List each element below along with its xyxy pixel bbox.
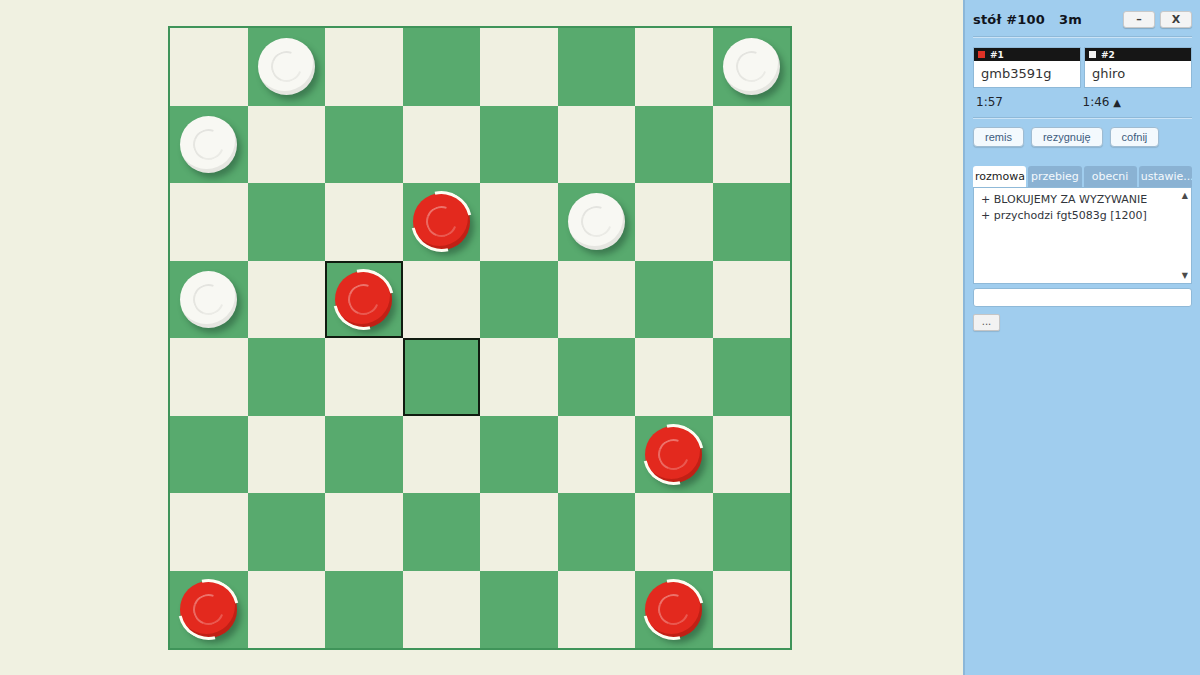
- player2-header: #2: [1085, 48, 1191, 61]
- square-r7c7: [713, 571, 791, 649]
- square-r6c7[interactable]: [713, 493, 791, 571]
- more-options-button[interactable]: ...: [973, 314, 1000, 331]
- player1-seat: #1: [990, 50, 1004, 60]
- square-r4c5[interactable]: [558, 338, 636, 416]
- square-r5c5: [558, 416, 636, 494]
- player1-header: #1: [974, 48, 1080, 61]
- time-control: 3m: [1059, 12, 1082, 27]
- square-r3c1: [248, 261, 326, 339]
- player2-turn-indicator: ▲: [1113, 97, 1121, 108]
- square-r3c3: [403, 261, 481, 339]
- square-r5c3: [403, 416, 481, 494]
- resign-button[interactable]: rezygnuję: [1031, 127, 1103, 147]
- square-r1c7: [713, 106, 791, 184]
- chat-input[interactable]: [973, 288, 1192, 307]
- red-piece[interactable]: [413, 193, 470, 250]
- square-r4c0: [170, 338, 248, 416]
- square-r4c3[interactable]: [403, 338, 481, 416]
- tab-present[interactable]: obecni: [1084, 166, 1137, 187]
- square-r6c1[interactable]: [248, 493, 326, 571]
- red-piece[interactable]: [335, 271, 392, 328]
- square-r4c2: [325, 338, 403, 416]
- undo-button[interactable]: cofnij: [1110, 127, 1160, 147]
- square-r0c7[interactable]: [713, 28, 791, 106]
- red-piece[interactable]: [645, 581, 702, 638]
- red-piece[interactable]: [180, 581, 237, 638]
- square-r5c2[interactable]: [325, 416, 403, 494]
- square-r2c1[interactable]: [248, 183, 326, 261]
- scroll-up-icon[interactable]: ▲: [1182, 191, 1188, 200]
- square-r7c1: [248, 571, 326, 649]
- square-r4c7[interactable]: [713, 338, 791, 416]
- square-r6c2: [325, 493, 403, 571]
- minimize-button[interactable]: –: [1123, 11, 1155, 28]
- square-r3c2[interactable]: [325, 261, 403, 339]
- square-r1c0[interactable]: [170, 106, 248, 184]
- game-area: [0, 0, 963, 675]
- divider: [973, 117, 1192, 118]
- white-piece[interactable]: [180, 271, 237, 328]
- close-button[interactable]: X: [1160, 11, 1192, 28]
- player2-clock: 1:46 ▲: [1083, 95, 1190, 109]
- square-r1c1: [248, 106, 326, 184]
- square-r0c5[interactable]: [558, 28, 636, 106]
- square-r3c0[interactable]: [170, 261, 248, 339]
- table-title: stół #1003m: [973, 12, 1082, 27]
- square-r1c2[interactable]: [325, 106, 403, 184]
- square-r2c6: [635, 183, 713, 261]
- clocks: 1:57 1:46 ▲: [973, 95, 1192, 109]
- red-piece[interactable]: [645, 426, 702, 483]
- chat-message: + BLOKUJEMY ZA WYZYWANIE: [981, 192, 1175, 208]
- square-r6c4: [480, 493, 558, 571]
- player2-panel: #2 ghiro: [1084, 47, 1192, 88]
- player2-seat: #2: [1101, 50, 1115, 60]
- tab-bar: rozmowa przebieg obecni ustawie...: [973, 166, 1192, 187]
- square-r2c3[interactable]: [403, 183, 481, 261]
- white-piece[interactable]: [723, 38, 780, 95]
- square-r0c6: [635, 28, 713, 106]
- action-buttons: remis rezygnuję cofnij: [973, 127, 1192, 147]
- square-r3c7: [713, 261, 791, 339]
- square-r5c6[interactable]: [635, 416, 713, 494]
- player2-name: ghiro: [1085, 61, 1191, 87]
- checkers-board: [168, 26, 792, 650]
- square-r6c6: [635, 493, 713, 571]
- square-r2c0: [170, 183, 248, 261]
- white-piece[interactable]: [568, 193, 625, 250]
- player1-panel: #1 gmb3591g: [973, 47, 1081, 88]
- player1-color-icon: [978, 51, 985, 58]
- square-r2c7[interactable]: [713, 183, 791, 261]
- chat-log: + BLOKUJEMY ZA WYZYWANIE + przychodzi fg…: [973, 187, 1192, 284]
- square-r4c6: [635, 338, 713, 416]
- square-r7c6[interactable]: [635, 571, 713, 649]
- scroll-down-icon[interactable]: ▼: [1182, 271, 1188, 280]
- square-r0c4: [480, 28, 558, 106]
- player1-name: gmb3591g: [974, 61, 1080, 87]
- square-r3c6[interactable]: [635, 261, 713, 339]
- square-r2c4: [480, 183, 558, 261]
- square-r0c0: [170, 28, 248, 106]
- square-r5c4[interactable]: [480, 416, 558, 494]
- square-r2c2: [325, 183, 403, 261]
- square-r1c4[interactable]: [480, 106, 558, 184]
- player1-clock: 1:57: [976, 95, 1083, 109]
- square-r6c5[interactable]: [558, 493, 636, 571]
- title-bar: stół #1003m – X: [973, 0, 1192, 37]
- draw-button[interactable]: remis: [973, 127, 1024, 147]
- square-r4c4: [480, 338, 558, 416]
- white-piece[interactable]: [180, 116, 237, 173]
- square-r6c0: [170, 493, 248, 571]
- chat-message: + przychodzi fgt5083g [1200]: [981, 208, 1175, 224]
- square-r7c0[interactable]: [170, 571, 248, 649]
- square-r7c4[interactable]: [480, 571, 558, 649]
- square-r3c5: [558, 261, 636, 339]
- tab-settings[interactable]: ustawie...: [1139, 166, 1192, 187]
- square-r2c5[interactable]: [558, 183, 636, 261]
- square-r3c4[interactable]: [480, 261, 558, 339]
- square-r0c1[interactable]: [248, 28, 326, 106]
- square-r5c0[interactable]: [170, 416, 248, 494]
- square-r7c5: [558, 571, 636, 649]
- square-r7c3: [403, 571, 481, 649]
- tab-chat[interactable]: rozmowa: [973, 166, 1026, 187]
- square-r7c2[interactable]: [325, 571, 403, 649]
- square-r5c1: [248, 416, 326, 494]
- square-r4c1[interactable]: [248, 338, 326, 416]
- sidebar: stół #1003m – X #1 gmb3591g #2 ghiro 1:5…: [963, 0, 1200, 675]
- player-panels: #1 gmb3591g #2 ghiro: [973, 47, 1192, 88]
- square-r1c3: [403, 106, 481, 184]
- square-r1c5: [558, 106, 636, 184]
- square-r0c2: [325, 28, 403, 106]
- square-r5c7: [713, 416, 791, 494]
- square-r1c6[interactable]: [635, 106, 713, 184]
- square-r6c3[interactable]: [403, 493, 481, 571]
- player2-color-icon: [1089, 51, 1096, 58]
- table-name: stół #100: [973, 12, 1045, 27]
- square-r0c3[interactable]: [403, 28, 481, 106]
- white-piece[interactable]: [258, 38, 315, 95]
- tab-moves[interactable]: przebieg: [1028, 166, 1081, 187]
